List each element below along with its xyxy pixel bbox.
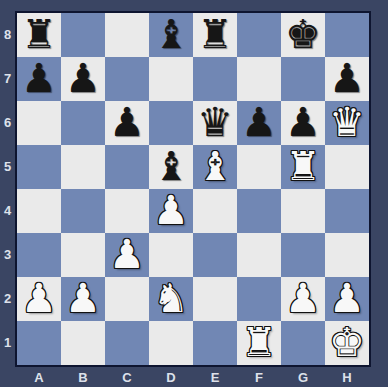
square-b7[interactable]: ♟ — [61, 57, 105, 101]
rank-label-8: 8 — [0, 13, 15, 57]
square-e6[interactable]: ♛ — [193, 101, 237, 145]
white-knight-d2[interactable]: ♞ — [153, 278, 189, 318]
square-e5[interactable]: ♝ — [193, 145, 237, 189]
square-c8[interactable] — [105, 13, 149, 57]
square-f6[interactable]: ♟ — [237, 101, 281, 145]
square-d2[interactable]: ♞ — [149, 277, 193, 321]
square-f7[interactable] — [237, 57, 281, 101]
square-c5[interactable] — [105, 145, 149, 189]
white-pawn-a2[interactable]: ♟ — [21, 278, 57, 318]
square-e7[interactable] — [193, 57, 237, 101]
square-f1[interactable]: ♜ — [237, 321, 281, 365]
white-king-h1[interactable]: ♚ — [329, 322, 365, 362]
black-pawn-a7[interactable]: ♟ — [21, 58, 57, 98]
white-pawn-d4[interactable]: ♟ — [153, 190, 189, 230]
square-d5[interactable]: ♝ — [149, 145, 193, 189]
square-g7[interactable] — [281, 57, 325, 101]
square-b1[interactable] — [61, 321, 105, 365]
square-a4[interactable] — [17, 189, 61, 233]
square-e8[interactable]: ♜ — [193, 13, 237, 57]
file-label-f: F — [237, 368, 281, 387]
square-g8[interactable]: ♚ — [281, 13, 325, 57]
square-c1[interactable] — [105, 321, 149, 365]
square-b2[interactable]: ♟ — [61, 277, 105, 321]
square-e3[interactable] — [193, 233, 237, 277]
square-b8[interactable] — [61, 13, 105, 57]
square-h8[interactable] — [325, 13, 369, 57]
black-queen-e6[interactable]: ♛ — [197, 102, 233, 142]
square-h4[interactable] — [325, 189, 369, 233]
file-label-e: E — [193, 368, 237, 387]
square-b3[interactable] — [61, 233, 105, 277]
file-label-b: B — [61, 368, 105, 387]
square-a5[interactable] — [17, 145, 61, 189]
square-b5[interactable] — [61, 145, 105, 189]
square-a1[interactable] — [17, 321, 61, 365]
white-bishop-e5[interactable]: ♝ — [197, 146, 233, 186]
white-pawn-b2[interactable]: ♟ — [65, 278, 101, 318]
rank-label-5: 5 — [0, 145, 15, 189]
square-a2[interactable]: ♟ — [17, 277, 61, 321]
rank-label-1: 1 — [0, 321, 15, 365]
square-h3[interactable] — [325, 233, 369, 277]
square-d8[interactable]: ♝ — [149, 13, 193, 57]
black-rook-e8[interactable]: ♜ — [197, 14, 233, 54]
white-pawn-h2[interactable]: ♟ — [329, 278, 365, 318]
black-pawn-c6[interactable]: ♟ — [109, 102, 145, 142]
square-h7[interactable]: ♟ — [325, 57, 369, 101]
square-c4[interactable] — [105, 189, 149, 233]
square-f3[interactable] — [237, 233, 281, 277]
square-e2[interactable] — [193, 277, 237, 321]
white-pawn-c3[interactable]: ♟ — [109, 234, 145, 274]
black-pawn-f6[interactable]: ♟ — [241, 102, 277, 142]
square-f4[interactable] — [237, 189, 281, 233]
square-d6[interactable] — [149, 101, 193, 145]
rank-label-3: 3 — [0, 233, 15, 277]
white-queen-h6[interactable]: ♛ — [329, 102, 365, 142]
rank-label-7: 7 — [0, 57, 15, 101]
square-g3[interactable] — [281, 233, 325, 277]
square-g4[interactable] — [281, 189, 325, 233]
white-pawn-g2[interactable]: ♟ — [285, 278, 321, 318]
square-e1[interactable] — [193, 321, 237, 365]
rank-label-4: 4 — [0, 189, 15, 233]
square-d7[interactable] — [149, 57, 193, 101]
square-g1[interactable] — [281, 321, 325, 365]
black-bishop-d5[interactable]: ♝ — [153, 146, 189, 186]
black-king-g8[interactable]: ♚ — [285, 14, 321, 54]
square-b6[interactable] — [61, 101, 105, 145]
square-b4[interactable] — [61, 189, 105, 233]
black-bishop-d8[interactable]: ♝ — [153, 14, 189, 54]
square-c7[interactable] — [105, 57, 149, 101]
square-a3[interactable] — [17, 233, 61, 277]
square-d1[interactable] — [149, 321, 193, 365]
square-d3[interactable] — [149, 233, 193, 277]
square-g5[interactable]: ♜ — [281, 145, 325, 189]
square-g2[interactable]: ♟ — [281, 277, 325, 321]
file-label-h: H — [325, 368, 369, 387]
square-d4[interactable]: ♟ — [149, 189, 193, 233]
rank-label-2: 2 — [0, 277, 15, 321]
square-f8[interactable] — [237, 13, 281, 57]
white-rook-g5[interactable]: ♜ — [285, 146, 321, 186]
file-label-c: C — [105, 368, 149, 387]
black-pawn-g6[interactable]: ♟ — [285, 102, 321, 142]
chess-board: ♜♝♜♚♟♟♟♟♛♟♟♛♝♝♜♟♟♟♟♞♟♟♜♚ — [15, 11, 371, 367]
square-h2[interactable]: ♟ — [325, 277, 369, 321]
chess-diagram: ♜♝♜♚♟♟♟♟♛♟♟♛♝♝♜♟♟♟♟♞♟♟♜♚ 87654321 ABCDEF… — [0, 0, 388, 387]
square-c2[interactable] — [105, 277, 149, 321]
square-a8[interactable]: ♜ — [17, 13, 61, 57]
square-f5[interactable] — [237, 145, 281, 189]
black-pawn-h7[interactable]: ♟ — [329, 58, 365, 98]
black-pawn-b7[interactable]: ♟ — [65, 58, 101, 98]
square-e4[interactable] — [193, 189, 237, 233]
square-a7[interactable]: ♟ — [17, 57, 61, 101]
square-h6[interactable]: ♛ — [325, 101, 369, 145]
square-a6[interactable] — [17, 101, 61, 145]
rank-label-6: 6 — [0, 101, 15, 145]
file-label-a: A — [17, 368, 61, 387]
file-label-d: D — [149, 368, 193, 387]
square-h1[interactable]: ♚ — [325, 321, 369, 365]
square-f2[interactable] — [237, 277, 281, 321]
file-label-g: G — [281, 368, 325, 387]
square-h5[interactable] — [325, 145, 369, 189]
square-c3[interactable]: ♟ — [105, 233, 149, 277]
square-c6[interactable]: ♟ — [105, 101, 149, 145]
white-rook-f1[interactable]: ♜ — [241, 322, 277, 362]
square-g6[interactable]: ♟ — [281, 101, 325, 145]
black-rook-a8[interactable]: ♜ — [21, 14, 57, 54]
